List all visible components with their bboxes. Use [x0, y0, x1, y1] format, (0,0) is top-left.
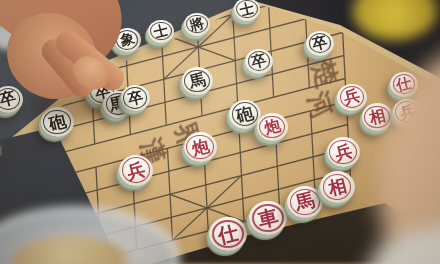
piece-character: 士: [232, 0, 263, 23]
piece-black-2[interactable]: 士: [148, 20, 174, 43]
piece-red-19[interactable]: 兵: [327, 137, 360, 167]
piece-character: 車: [245, 197, 290, 239]
piece-character: 將: [182, 10, 213, 39]
piece-character: 馬: [179, 64, 216, 99]
piece-character: 卒: [0, 82, 26, 115]
piece-red-20[interactable]: 炮: [184, 132, 217, 162]
piece-character: 卒: [303, 27, 336, 58]
piece-red-18[interactable]: 炮: [257, 113, 288, 141]
piece-character: 兵: [323, 133, 362, 170]
piece-character: 相: [316, 167, 358, 207]
piece-black-9[interactable]: 卒: [0, 86, 23, 113]
piece-character: 象: [111, 25, 143, 55]
piece-character: 炮: [180, 128, 219, 165]
piece-black-6[interactable]: 卒: [245, 49, 273, 74]
piece-black-1[interactable]: 象: [114, 28, 141, 52]
piece-character: 卒: [118, 82, 152, 114]
piece-character: 士: [146, 17, 177, 46]
piece-black-7[interactable]: 馬: [182, 67, 213, 95]
piece-red-21[interactable]: 兵: [119, 155, 153, 186]
piece-character: 砲: [37, 103, 76, 140]
piece-black-5[interactable]: 卒: [306, 31, 334, 56]
piece-character: 仕: [205, 213, 250, 255]
piece-black-13[interactable]: 卒: [121, 85, 150, 111]
piece-black-10[interactable]: 砲: [41, 107, 74, 137]
piece-character: 炮: [254, 110, 291, 145]
piece-character: 兵: [116, 151, 156, 189]
piece-black-3[interactable]: 將: [184, 13, 210, 36]
piece-red-24[interactable]: 馬: [287, 186, 323, 218]
piece-red-22[interactable]: 仕: [209, 217, 247, 251]
piece-black-4[interactable]: 士: [234, 0, 260, 21]
piece-red-25[interactable]: 相: [320, 171, 355, 203]
piece-red-23[interactable]: 車: [249, 201, 287, 235]
piece-character: 卒: [242, 45, 275, 76]
xiangqi-photo-scene: 楚 河 漢 界 象棋 棋譜 象士將士卒卒馬砲卒砲卒馬卒兵相仕兵炮兵炮兵仕車馬相: [0, 0, 440, 264]
